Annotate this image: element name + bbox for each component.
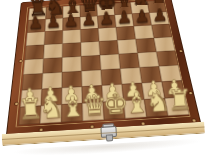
square-h7: ♟ (149, 12, 169, 25)
square-d2: ♟ (82, 85, 103, 103)
square-d4 (81, 55, 101, 71)
square-e1: ♚ (103, 101, 125, 120)
white-rook: ♜ (166, 86, 189, 115)
square-b4 (43, 57, 63, 73)
latch-clasp-icon (97, 123, 118, 141)
square-b3 (42, 72, 62, 89)
square-h1: ♜ (165, 97, 190, 116)
frame-pin-icon (19, 60, 22, 62)
square-f5 (117, 39, 137, 54)
square-h3 (159, 65, 182, 82)
frame-pin-icon (189, 92, 192, 94)
square-d7: ♟ (80, 16, 98, 29)
frame-pin-icon (14, 103, 17, 105)
square-c2: ♟ (62, 87, 83, 105)
square-f1: ♝ (123, 99, 146, 118)
square-d5 (81, 41, 100, 56)
white-pawn: ♟ (164, 77, 186, 98)
square-d3 (81, 70, 101, 87)
square-e4 (100, 54, 120, 70)
square-c4 (62, 56, 81, 72)
square-g5 (136, 38, 157, 53)
black-bishop: ♝ (61, 0, 80, 18)
square-a3 (22, 73, 43, 90)
square-b6 (44, 30, 62, 44)
square-h5 (154, 37, 175, 52)
square-f7: ♟ (115, 14, 134, 27)
white-pawn: ♟ (19, 86, 41, 107)
square-e7: ♟ (97, 15, 116, 28)
board-assembly: ♜♞♝♛♚♝♞♜♟♟♟♟♟♟♟♟♟♟♟♟♟♟♟♟♜♞♝♛♚♝♞♜ (0, 0, 203, 142)
square-e2: ♟ (102, 84, 124, 102)
white-queen: ♛ (81, 92, 104, 121)
board-3d-tilt: ♜♞♝♛♚♝♞♜♟♟♟♟♟♟♟♟♟♟♟♟♟♟♟♟♜♞♝♛♚♝♞♜ (5, 0, 203, 142)
frame-pin-icon (141, 122, 144, 125)
square-c5 (62, 42, 81, 57)
frame-pin-icon (179, 50, 182, 52)
black-rook: ♜ (27, 0, 46, 20)
square-a4 (23, 59, 43, 75)
square-b1: ♞ (40, 105, 62, 124)
square-e5 (99, 40, 119, 55)
square-f3 (120, 67, 142, 84)
square-f4 (119, 53, 140, 69)
square-a2: ♟ (20, 89, 42, 107)
chess-board: ♜♞♝♛♚♝♞♜♟♟♟♟♟♟♟♟♟♟♟♟♟♟♟♟♜♞♝♛♚♝♞♜ (19, 0, 190, 125)
frame-pin-icon (40, 128, 43, 131)
square-c3 (62, 71, 82, 88)
square-g1: ♞ (144, 98, 168, 117)
latch-tab (106, 134, 113, 141)
white-pawn: ♟ (60, 84, 82, 105)
square-f2: ♟ (122, 83, 144, 101)
white-rook: ♜ (17, 95, 40, 124)
square-d6 (80, 28, 99, 42)
square-a5 (25, 45, 45, 60)
square-d1: ♛ (82, 102, 104, 121)
square-c7: ♟ (63, 17, 81, 30)
square-f6 (116, 26, 136, 40)
white-knight: ♞ (38, 94, 61, 123)
white-bishop: ♝ (60, 93, 83, 122)
square-h4 (156, 51, 178, 67)
square-b5 (43, 44, 62, 59)
square-a6 (26, 32, 45, 46)
frame-pin-icon (192, 119, 196, 122)
square-e3 (101, 69, 122, 86)
square-h2: ♟ (162, 81, 186, 99)
square-g7: ♟ (132, 13, 152, 26)
square-g4 (138, 52, 159, 68)
square-c6 (63, 29, 81, 43)
white-bishop: ♝ (124, 89, 147, 118)
board-frame: ♜♞♝♛♚♝♞♜♟♟♟♟♟♟♟♟♟♟♟♟♟♟♟♟♜♞♝♛♚♝♞♜ (5, 0, 203, 142)
black-bishop: ♝ (113, 0, 132, 15)
square-h6 (152, 24, 173, 38)
square-b7: ♟ (45, 18, 63, 31)
black-king: ♚ (96, 0, 115, 16)
square-a7: ♟ (27, 19, 45, 33)
white-pawn: ♟ (81, 82, 103, 103)
white-pawn: ♟ (40, 85, 62, 106)
square-a1: ♜ (19, 106, 41, 125)
square-b2: ♟ (41, 88, 62, 106)
black-knight: ♞ (44, 0, 63, 19)
chess-set-product-photo: ♜♞♝♛♚♝♞♜♟♟♟♟♟♟♟♟♟♟♟♟♟♟♟♟♜♞♝♛♚♝♞♜ (0, 0, 210, 158)
white-pawn: ♟ (102, 81, 124, 102)
square-c1: ♝ (61, 103, 82, 122)
square-g6 (134, 25, 154, 39)
square-e6 (98, 27, 117, 41)
black-queen: ♛ (79, 0, 98, 17)
frame-pin-icon (91, 125, 94, 128)
